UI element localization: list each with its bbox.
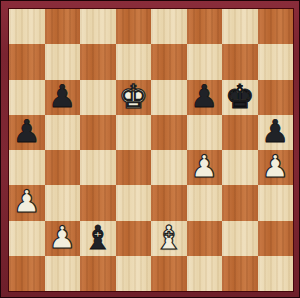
square-a8[interactable] <box>9 9 45 44</box>
piece-white-king[interactable]: ♚ <box>118 80 148 113</box>
square-d5[interactable] <box>116 115 152 150</box>
piece-black-pawn[interactable]: ♟ <box>261 116 289 147</box>
piece-white-bishop[interactable]: ♝ <box>154 221 184 254</box>
square-a6[interactable] <box>9 80 45 115</box>
square-h8[interactable] <box>258 9 294 44</box>
square-f2[interactable] <box>187 221 223 256</box>
piece-white-pawn[interactable]: ♟ <box>48 222 76 253</box>
square-b4[interactable] <box>45 150 81 185</box>
board-frame: ♟♚♟♚♟♟♟♟♟♟♝♝ <box>0 0 300 298</box>
square-b6[interactable]: ♟ <box>45 80 81 115</box>
square-c3[interactable] <box>80 185 116 220</box>
square-h6[interactable] <box>258 80 294 115</box>
square-h4[interactable]: ♟ <box>258 150 294 185</box>
square-d2[interactable] <box>116 221 152 256</box>
piece-black-king[interactable]: ♚ <box>225 80 255 113</box>
square-g2[interactable] <box>222 221 258 256</box>
square-e1[interactable] <box>151 256 187 291</box>
square-d3[interactable] <box>116 185 152 220</box>
square-d4[interactable] <box>116 150 152 185</box>
square-a5[interactable]: ♟ <box>9 115 45 150</box>
square-e3[interactable] <box>151 185 187 220</box>
square-c8[interactable] <box>80 9 116 44</box>
square-h2[interactable] <box>258 221 294 256</box>
square-g7[interactable] <box>222 44 258 79</box>
square-c4[interactable] <box>80 150 116 185</box>
piece-black-bishop[interactable]: ♝ <box>83 221 113 254</box>
square-c1[interactable] <box>80 256 116 291</box>
square-d1[interactable] <box>116 256 152 291</box>
piece-black-pawn[interactable]: ♟ <box>48 81 76 112</box>
square-g4[interactable] <box>222 150 258 185</box>
square-a1[interactable] <box>9 256 45 291</box>
square-b8[interactable] <box>45 9 81 44</box>
square-b5[interactable] <box>45 115 81 150</box>
square-c5[interactable] <box>80 115 116 150</box>
piece-white-pawn[interactable]: ♟ <box>190 151 218 182</box>
square-d8[interactable] <box>116 9 152 44</box>
square-b1[interactable] <box>45 256 81 291</box>
piece-white-pawn[interactable]: ♟ <box>13 186 41 217</box>
square-a7[interactable] <box>9 44 45 79</box>
square-f7[interactable] <box>187 44 223 79</box>
square-c2[interactable]: ♝ <box>80 221 116 256</box>
square-f8[interactable] <box>187 9 223 44</box>
piece-black-pawn[interactable]: ♟ <box>190 81 218 112</box>
square-f5[interactable] <box>187 115 223 150</box>
square-e2[interactable]: ♝ <box>151 221 187 256</box>
square-b3[interactable] <box>45 185 81 220</box>
piece-black-pawn[interactable]: ♟ <box>13 116 41 147</box>
square-f3[interactable] <box>187 185 223 220</box>
square-h7[interactable] <box>258 44 294 79</box>
square-d7[interactable] <box>116 44 152 79</box>
square-f6[interactable]: ♟ <box>187 80 223 115</box>
square-h5[interactable]: ♟ <box>258 115 294 150</box>
square-e7[interactable] <box>151 44 187 79</box>
square-g1[interactable] <box>222 256 258 291</box>
square-d6[interactable]: ♚ <box>116 80 152 115</box>
square-a2[interactable] <box>9 221 45 256</box>
square-e5[interactable] <box>151 115 187 150</box>
square-a3[interactable]: ♟ <box>9 185 45 220</box>
chess-board: ♟♚♟♚♟♟♟♟♟♟♝♝ <box>9 9 293 291</box>
square-c6[interactable] <box>80 80 116 115</box>
square-g5[interactable] <box>222 115 258 150</box>
square-e8[interactable] <box>151 9 187 44</box>
square-b2[interactable]: ♟ <box>45 221 81 256</box>
square-g8[interactable] <box>222 9 258 44</box>
square-g6[interactable]: ♚ <box>222 80 258 115</box>
square-h1[interactable] <box>258 256 294 291</box>
square-h3[interactable] <box>258 185 294 220</box>
piece-white-pawn[interactable]: ♟ <box>261 151 289 182</box>
square-f1[interactable] <box>187 256 223 291</box>
square-e4[interactable] <box>151 150 187 185</box>
square-g3[interactable] <box>222 185 258 220</box>
square-f4[interactable]: ♟ <box>187 150 223 185</box>
chess-app: ♟♚♟♚♟♟♟♟♟♟♝♝ <box>0 0 300 298</box>
square-a4[interactable] <box>9 150 45 185</box>
square-b7[interactable] <box>45 44 81 79</box>
square-e6[interactable] <box>151 80 187 115</box>
square-c7[interactable] <box>80 44 116 79</box>
